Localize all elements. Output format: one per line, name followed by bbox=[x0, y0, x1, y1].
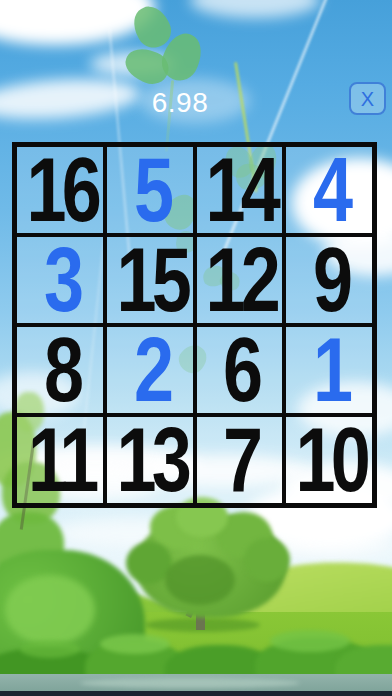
cell-number: 4 bbox=[310, 145, 348, 235]
cell-r3c1[interactable]: 13 bbox=[105, 415, 195, 505]
tree-canopy bbox=[244, 538, 290, 582]
cell-number: 15 bbox=[113, 235, 187, 325]
cell-r2c3[interactable]: 1 bbox=[284, 325, 374, 415]
cell-r3c3[interactable]: 10 bbox=[284, 415, 374, 505]
cell-number: 2 bbox=[130, 325, 168, 415]
bush-highlight bbox=[270, 630, 350, 652]
bottom-strip bbox=[0, 691, 392, 696]
cell-r3c0[interactable]: 11 bbox=[15, 415, 105, 505]
bush-highlight bbox=[20, 640, 80, 658]
cell-number: 12 bbox=[203, 235, 277, 325]
cell-r0c0[interactable]: 16 bbox=[15, 145, 105, 235]
cell-number: 10 bbox=[292, 415, 366, 505]
cell-number: 14 bbox=[203, 145, 277, 235]
cell-r1c0[interactable]: 3 bbox=[15, 235, 105, 325]
cell-number: 16 bbox=[23, 145, 97, 235]
cell-r1c2[interactable]: 12 bbox=[195, 235, 285, 325]
number-grid: 16 5 14 4 3 15 12 9 8 2 6 1 11 13 7 10 bbox=[12, 142, 377, 508]
tree-canopy bbox=[165, 555, 235, 605]
cell-r0c1[interactable]: 5 bbox=[105, 145, 195, 235]
bush bbox=[5, 575, 95, 645]
cell-number: 9 bbox=[310, 235, 348, 325]
cell-r0c2[interactable]: 14 bbox=[195, 145, 285, 235]
cell-r1c3[interactable]: 9 bbox=[284, 235, 374, 325]
cell-r1c1[interactable]: 15 bbox=[105, 235, 195, 325]
cell-number: 7 bbox=[220, 415, 258, 505]
cell-r2c2[interactable]: 6 bbox=[195, 325, 285, 415]
game-screen: 6.98 X 16 5 14 4 3 15 12 9 8 2 6 1 11 13… bbox=[0, 0, 392, 696]
cell-number: 5 bbox=[130, 145, 168, 235]
cell-r2c0[interactable]: 8 bbox=[15, 325, 105, 415]
cell-number: 6 bbox=[220, 325, 258, 415]
cell-r3c2[interactable]: 7 bbox=[195, 415, 285, 505]
cell-r2c1[interactable]: 2 bbox=[105, 325, 195, 415]
cell-number: 8 bbox=[41, 325, 79, 415]
water-reflection bbox=[80, 678, 300, 688]
cell-number: 3 bbox=[41, 235, 79, 325]
cell-number: 11 bbox=[25, 415, 95, 505]
cell-number: 13 bbox=[113, 415, 187, 505]
close-button[interactable]: X bbox=[349, 82, 386, 115]
bush-highlight bbox=[100, 634, 170, 654]
cell-r0c3[interactable]: 4 bbox=[284, 145, 374, 235]
timer-value: 6.98 bbox=[152, 87, 209, 119]
cell-number: 1 bbox=[310, 325, 348, 415]
